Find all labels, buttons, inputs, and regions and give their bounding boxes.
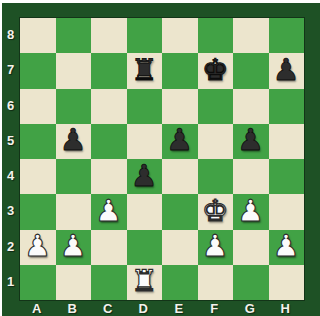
white-pawn-b2[interactable]: ♟ bbox=[60, 231, 87, 261]
square-g4[interactable] bbox=[233, 159, 269, 194]
white-pawn-h2[interactable]: ♟ bbox=[273, 231, 300, 261]
file-label-b: B bbox=[55, 300, 91, 316]
file-label-e: E bbox=[161, 300, 197, 316]
square-d1[interactable]: ♜ bbox=[127, 265, 163, 300]
square-h2[interactable]: ♟ bbox=[269, 230, 305, 265]
square-h4[interactable] bbox=[269, 159, 305, 194]
square-a8[interactable] bbox=[20, 18, 56, 53]
black-pawn-h7[interactable]: ♟ bbox=[273, 55, 300, 85]
file-label-h: H bbox=[268, 300, 304, 316]
square-b3[interactable] bbox=[56, 194, 92, 229]
square-e1[interactable] bbox=[162, 265, 198, 300]
rank-label-2: 2 bbox=[2, 229, 19, 264]
square-f1[interactable] bbox=[198, 265, 234, 300]
square-c7[interactable] bbox=[91, 53, 127, 88]
square-e5[interactable]: ♟ bbox=[162, 124, 198, 159]
square-f2[interactable]: ♟ bbox=[198, 230, 234, 265]
square-h6[interactable] bbox=[269, 89, 305, 124]
square-a2[interactable]: ♟ bbox=[20, 230, 56, 265]
chess-diagram: 87654321 ♜♚♟♟♟♟♟♟♚♟♟♟♟♟♜ ABCDEFGH bbox=[0, 0, 320, 316]
square-e4[interactable] bbox=[162, 159, 198, 194]
square-d4[interactable]: ♟ bbox=[127, 159, 163, 194]
square-c5[interactable] bbox=[91, 124, 127, 159]
rank-label-3: 3 bbox=[2, 193, 19, 228]
square-c8[interactable] bbox=[91, 18, 127, 53]
square-a5[interactable] bbox=[20, 124, 56, 159]
square-b5[interactable]: ♟ bbox=[56, 124, 92, 159]
square-a7[interactable] bbox=[20, 53, 56, 88]
square-e7[interactable] bbox=[162, 53, 198, 88]
rank-label-1: 1 bbox=[2, 264, 19, 299]
square-a6[interactable] bbox=[20, 89, 56, 124]
white-pawn-f2[interactable]: ♟ bbox=[202, 231, 229, 261]
rank-label-7: 7 bbox=[2, 52, 19, 87]
chess-board: ♜♚♟♟♟♟♟♟♚♟♟♟♟♟♜ bbox=[19, 17, 305, 301]
white-king-f3[interactable]: ♚ bbox=[202, 196, 229, 226]
square-e3[interactable] bbox=[162, 194, 198, 229]
square-c6[interactable] bbox=[91, 89, 127, 124]
square-g6[interactable] bbox=[233, 89, 269, 124]
square-a1[interactable] bbox=[20, 265, 56, 300]
file-label-g: G bbox=[232, 300, 268, 316]
square-g5[interactable]: ♟ bbox=[233, 124, 269, 159]
square-b2[interactable]: ♟ bbox=[56, 230, 92, 265]
square-d2[interactable] bbox=[127, 230, 163, 265]
square-h3[interactable] bbox=[269, 194, 305, 229]
rank-labels: 87654321 bbox=[2, 17, 19, 299]
white-rook-d1[interactable]: ♜ bbox=[131, 266, 158, 296]
black-pawn-e5[interactable]: ♟ bbox=[166, 125, 193, 155]
square-d5[interactable] bbox=[127, 124, 163, 159]
square-h1[interactable] bbox=[269, 265, 305, 300]
square-g8[interactable] bbox=[233, 18, 269, 53]
square-a4[interactable] bbox=[20, 159, 56, 194]
square-c2[interactable] bbox=[91, 230, 127, 265]
white-pawn-c3[interactable]: ♟ bbox=[95, 196, 122, 226]
square-e2[interactable] bbox=[162, 230, 198, 265]
square-c1[interactable] bbox=[91, 265, 127, 300]
square-a3[interactable] bbox=[20, 194, 56, 229]
square-h8[interactable] bbox=[269, 18, 305, 53]
square-e8[interactable] bbox=[162, 18, 198, 53]
square-h7[interactable]: ♟ bbox=[269, 53, 305, 88]
square-d7[interactable]: ♜ bbox=[127, 53, 163, 88]
rank-label-6: 6 bbox=[2, 88, 19, 123]
black-pawn-g5[interactable]: ♟ bbox=[237, 125, 264, 155]
square-g3[interactable]: ♟ bbox=[233, 194, 269, 229]
white-pawn-g3[interactable]: ♟ bbox=[237, 196, 264, 226]
square-d3[interactable] bbox=[127, 194, 163, 229]
square-c3[interactable]: ♟ bbox=[91, 194, 127, 229]
file-label-a: A bbox=[19, 300, 55, 316]
file-label-d: D bbox=[126, 300, 162, 316]
square-f3[interactable]: ♚ bbox=[198, 194, 234, 229]
rank-label-8: 8 bbox=[2, 17, 19, 52]
white-pawn-a2[interactable]: ♟ bbox=[24, 231, 51, 261]
square-g1[interactable] bbox=[233, 265, 269, 300]
square-f5[interactable] bbox=[198, 124, 234, 159]
square-f8[interactable] bbox=[198, 18, 234, 53]
square-b7[interactable] bbox=[56, 53, 92, 88]
square-f7[interactable]: ♚ bbox=[198, 53, 234, 88]
square-f6[interactable] bbox=[198, 89, 234, 124]
rank-label-4: 4 bbox=[2, 158, 19, 193]
square-b8[interactable] bbox=[56, 18, 92, 53]
file-labels: ABCDEFGH bbox=[19, 300, 303, 316]
square-d8[interactable] bbox=[127, 18, 163, 53]
black-pawn-b5[interactable]: ♟ bbox=[60, 125, 87, 155]
square-g2[interactable] bbox=[233, 230, 269, 265]
square-h5[interactable] bbox=[269, 124, 305, 159]
square-c4[interactable] bbox=[91, 159, 127, 194]
square-f4[interactable] bbox=[198, 159, 234, 194]
black-king-f7[interactable]: ♚ bbox=[202, 55, 229, 85]
board-frame: 87654321 ♜♚♟♟♟♟♟♟♚♟♟♟♟♟♜ ABCDEFGH bbox=[2, 3, 320, 316]
rank-label-5: 5 bbox=[2, 123, 19, 158]
file-label-c: C bbox=[90, 300, 126, 316]
black-rook-d7[interactable]: ♜ bbox=[131, 55, 158, 85]
square-d6[interactable] bbox=[127, 89, 163, 124]
square-b4[interactable] bbox=[56, 159, 92, 194]
file-label-f: F bbox=[197, 300, 233, 316]
square-g7[interactable] bbox=[233, 53, 269, 88]
square-b1[interactable] bbox=[56, 265, 92, 300]
square-b6[interactable] bbox=[56, 89, 92, 124]
black-pawn-d4[interactable]: ♟ bbox=[131, 161, 158, 191]
square-e6[interactable] bbox=[162, 89, 198, 124]
